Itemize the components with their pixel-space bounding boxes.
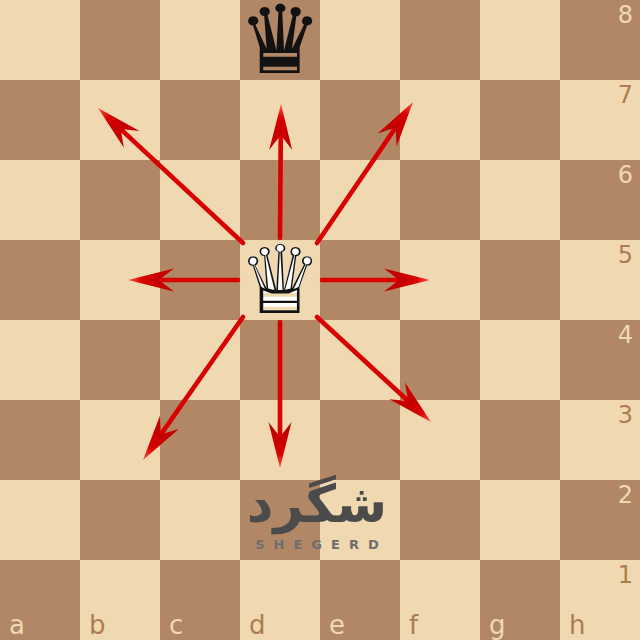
rank-label-6: 6 — [618, 163, 633, 187]
square-g6[interactable] — [480, 160, 560, 240]
square-g2[interactable] — [480, 480, 560, 560]
square-f3[interactable] — [400, 400, 480, 480]
square-e3[interactable] — [320, 400, 400, 480]
square-b8[interactable] — [80, 0, 160, 80]
square-g5[interactable] — [480, 240, 560, 320]
rank-label-2: 2 — [618, 483, 633, 507]
square-f7[interactable] — [400, 80, 480, 160]
square-b1[interactable]: b — [80, 560, 160, 640]
square-g7[interactable] — [480, 80, 560, 160]
file-label-g: g — [489, 612, 506, 638]
file-label-a: a — [9, 612, 25, 638]
chess-diagram: 8765432abcdefg1h ♛♛♕ شگرد SHEGERD — [0, 0, 640, 640]
square-a1[interactable]: a — [0, 560, 80, 640]
rank-label-1: 1 — [618, 563, 633, 587]
square-e5[interactable] — [320, 240, 400, 320]
square-c3[interactable] — [160, 400, 240, 480]
square-b2[interactable] — [80, 480, 160, 560]
square-e6[interactable] — [320, 160, 400, 240]
square-e2[interactable] — [320, 480, 400, 560]
square-h5[interactable]: 5 — [560, 240, 640, 320]
square-e8[interactable] — [320, 0, 400, 80]
square-h7[interactable]: 7 — [560, 80, 640, 160]
black-queen-glyph: ♛ — [240, 0, 320, 80]
file-label-d: d — [249, 612, 266, 638]
square-b5[interactable] — [80, 240, 160, 320]
square-d2[interactable] — [240, 480, 320, 560]
rank-label-5: 5 — [618, 243, 633, 267]
square-h8[interactable]: 8 — [560, 0, 640, 80]
square-g4[interactable] — [480, 320, 560, 400]
square-g1[interactable]: g — [480, 560, 560, 640]
white-queen-outline: ♕ — [240, 240, 320, 320]
rank-label-3: 3 — [618, 403, 633, 427]
square-f5[interactable] — [400, 240, 480, 320]
rank-label-7: 7 — [618, 83, 633, 107]
square-a2[interactable] — [0, 480, 80, 560]
square-f2[interactable] — [400, 480, 480, 560]
square-g8[interactable] — [480, 0, 560, 80]
square-h2[interactable]: 2 — [560, 480, 640, 560]
rank-label-8: 8 — [618, 3, 633, 27]
file-label-b: b — [89, 612, 106, 638]
square-f4[interactable] — [400, 320, 480, 400]
square-f8[interactable] — [400, 0, 480, 80]
square-a7[interactable] — [0, 80, 80, 160]
square-c2[interactable] — [160, 480, 240, 560]
square-f6[interactable] — [400, 160, 480, 240]
square-h1[interactable]: 1h — [560, 560, 640, 640]
square-b3[interactable] — [80, 400, 160, 480]
file-label-c: c — [169, 612, 183, 638]
square-c4[interactable] — [160, 320, 240, 400]
rank-label-4: 4 — [618, 323, 633, 347]
square-c5[interactable] — [160, 240, 240, 320]
square-b6[interactable] — [80, 160, 160, 240]
square-h3[interactable]: 3 — [560, 400, 640, 480]
square-a4[interactable] — [0, 320, 80, 400]
square-e4[interactable] — [320, 320, 400, 400]
piece-white-queen[interactable]: ♛♕ — [240, 240, 320, 320]
square-g3[interactable] — [480, 400, 560, 480]
square-b7[interactable] — [80, 80, 160, 160]
square-c6[interactable] — [160, 160, 240, 240]
square-b4[interactable] — [80, 320, 160, 400]
square-c7[interactable] — [160, 80, 240, 160]
square-h4[interactable]: 4 — [560, 320, 640, 400]
square-a6[interactable] — [0, 160, 80, 240]
square-h6[interactable]: 6 — [560, 160, 640, 240]
square-d3[interactable] — [240, 400, 320, 480]
file-label-e: e — [329, 612, 345, 638]
square-a8[interactable] — [0, 0, 80, 80]
piece-black-queen[interactable]: ♛ — [240, 0, 320, 80]
square-f1[interactable]: f — [400, 560, 480, 640]
square-d1[interactable]: d — [240, 560, 320, 640]
square-e1[interactable]: e — [320, 560, 400, 640]
square-c8[interactable] — [160, 0, 240, 80]
file-label-f: f — [409, 612, 418, 638]
square-a3[interactable] — [0, 400, 80, 480]
square-e7[interactable] — [320, 80, 400, 160]
file-label-h: h — [569, 612, 585, 638]
square-a5[interactable] — [0, 240, 80, 320]
square-c1[interactable]: c — [160, 560, 240, 640]
